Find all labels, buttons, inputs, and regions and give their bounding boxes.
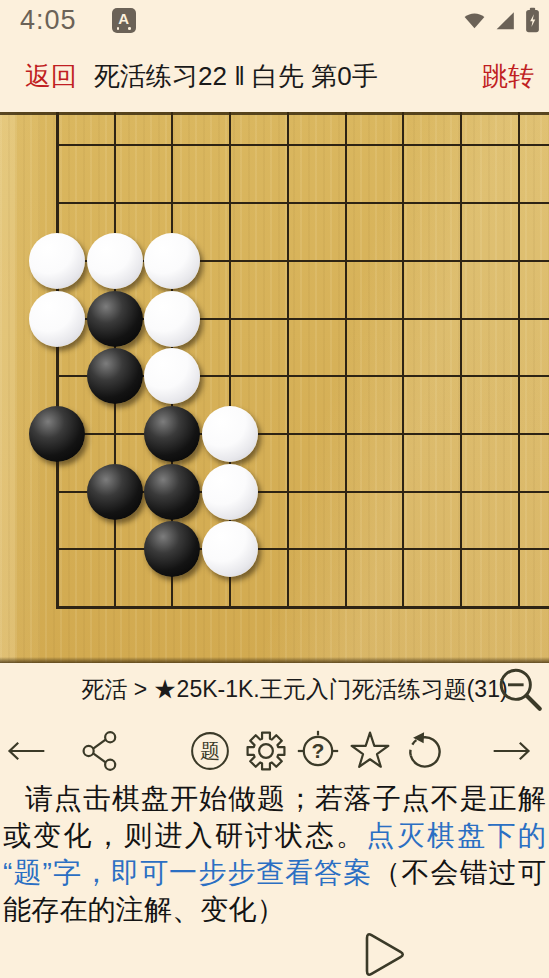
board-top-edge [0, 112, 549, 115]
black-stone [87, 291, 143, 347]
grid-line-vertical [287, 112, 289, 609]
instruction-text: 请点击棋盘开始做题；若落子点不是正解或变化，则进入研讨状态。点灭棋盘下的“题”字… [0, 777, 549, 928]
grid-line-vertical [345, 112, 347, 609]
undo-icon[interactable] [403, 729, 447, 773]
black-stone [144, 406, 200, 462]
black-stone [29, 406, 85, 462]
grid-line-horizontal [56, 144, 549, 146]
help-icon[interactable]: ? [296, 729, 340, 773]
svg-text:题: 题 [200, 740, 220, 762]
black-stone [144, 464, 200, 520]
white-stone [87, 233, 143, 289]
grid-line-vertical [518, 112, 520, 609]
share-icon[interactable] [79, 729, 123, 773]
problem-set-path[interactable]: 死活 > ★25K-1K.王元入门死活练习题(31) [81, 674, 507, 705]
wifi-icon [462, 8, 487, 33]
playback-area [0, 928, 549, 978]
grid-line-horizontal [56, 202, 549, 204]
grid-line-vertical [402, 112, 404, 609]
black-stone [144, 521, 200, 577]
header: 返回 死活练习22 ‖ 白先 第0手 跳转 [0, 40, 549, 112]
svg-text:?: ? [312, 739, 325, 762]
clock: 4:05 [20, 5, 77, 36]
white-stone [144, 233, 200, 289]
board-bottom-edge [0, 657, 549, 663]
battery-charging-icon [524, 6, 541, 34]
white-stone [29, 291, 85, 347]
white-stone [202, 406, 258, 462]
back-button[interactable]: 返回 [0, 53, 77, 100]
jump-button[interactable]: 跳转 [482, 53, 549, 100]
grid-line-horizontal [56, 606, 549, 609]
breadcrumb: 死活 > ★25K-1K.王元入门死活练习题(31) [0, 663, 549, 715]
cellular-signal-icon [494, 8, 517, 33]
white-stone [202, 521, 258, 577]
black-stone [87, 348, 143, 404]
problem-badge-icon[interactable]: 题 [188, 729, 232, 773]
grid-line-horizontal [56, 433, 549, 435]
grid-line-vertical [56, 112, 59, 609]
star-icon[interactable] [348, 729, 392, 773]
status-bar: 4:05 A [0, 0, 549, 40]
gear-icon[interactable] [244, 729, 288, 773]
white-stone [144, 291, 200, 347]
white-stone [29, 233, 85, 289]
toolbar: 题 ? [0, 715, 549, 777]
magnifier-minus-icon[interactable] [496, 665, 546, 719]
grid-line-vertical [460, 112, 462, 609]
grid-line-horizontal [56, 548, 549, 550]
black-stone [87, 464, 143, 520]
ime-a-icon: A [112, 8, 136, 33]
next-arrow-icon[interactable] [490, 729, 534, 773]
go-board[interactable] [0, 112, 549, 663]
white-stone [144, 348, 200, 404]
white-stone [202, 464, 258, 520]
prev-arrow-icon[interactable] [4, 729, 48, 773]
play-button-icon[interactable] [357, 928, 407, 978]
page-title: 死活练习22 ‖ 白先 第0手 [94, 59, 378, 94]
